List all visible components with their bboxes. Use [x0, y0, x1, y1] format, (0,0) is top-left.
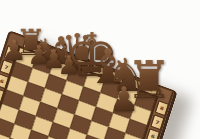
chess-board: AA88BB77CC66DD55EE44FF33GG22HH11: [0, 30, 178, 139]
rank-label-right-7: 7: [150, 114, 165, 130]
rank-label-right-6: 6: [146, 128, 161, 139]
rank-label-right-8: 8: [155, 100, 170, 116]
chess-set-photo[interactable]: AA88BB77CC66DD55EE44FF33GG22HH11 ♜♞♟♝♟♟♛…: [0, 0, 200, 139]
